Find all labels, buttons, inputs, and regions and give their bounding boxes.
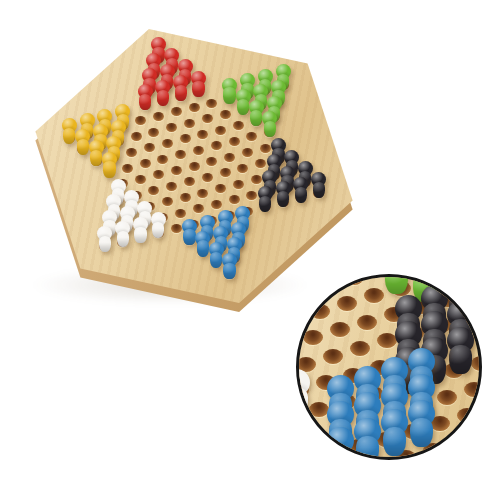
board-hole	[135, 175, 146, 184]
peg-blue-magnified	[381, 409, 408, 456]
board-hole	[184, 119, 195, 128]
peg-yellow	[102, 152, 117, 178]
peg-white	[133, 217, 148, 243]
board-hole	[229, 195, 240, 204]
board-hole-magnified	[450, 435, 470, 450]
peg-black-magnified	[447, 327, 474, 374]
peg-green-magnified	[383, 274, 410, 294]
board-hole	[220, 168, 231, 177]
board-hole	[193, 146, 204, 155]
board-hole	[153, 112, 164, 121]
board-hole	[140, 159, 151, 168]
board-hole-magnified	[296, 410, 302, 425]
peg-blue-magnified	[327, 427, 354, 460]
board-hole-magnified	[350, 341, 370, 356]
peg-white-magnified	[296, 369, 310, 416]
peg-black	[258, 186, 273, 212]
board-hole	[180, 193, 191, 202]
board-hole-magnified	[477, 427, 482, 442]
board-hole-magnified	[330, 322, 350, 337]
board-hole	[126, 148, 137, 157]
peg-red	[155, 80, 170, 106]
magnifier-inset	[296, 274, 482, 460]
board-hole	[229, 137, 240, 146]
board-hole-magnified	[337, 296, 357, 311]
peg-red	[138, 84, 153, 110]
peg-black	[276, 181, 291, 207]
board-hole-magnified	[437, 390, 457, 405]
board-hole	[162, 139, 173, 148]
board-hole	[206, 99, 217, 108]
board-hole	[197, 189, 208, 198]
board-hole-magnified	[478, 329, 482, 344]
board-hole-magnified	[357, 315, 377, 330]
peg-blue-magnified	[408, 400, 435, 447]
board-hole-magnified	[364, 288, 384, 303]
board-hole	[148, 128, 159, 137]
board-hole	[171, 166, 182, 175]
board-hole	[189, 103, 200, 112]
board-hole	[131, 132, 142, 141]
board-hole-magnified	[464, 382, 482, 397]
peg-green	[262, 111, 277, 137]
board-hole	[260, 144, 271, 153]
board-hole	[189, 162, 200, 171]
peg-blue	[222, 253, 237, 279]
board-hole-magnified	[322, 447, 342, 460]
board-hole-magnified	[465, 284, 482, 299]
board-hole	[215, 126, 226, 135]
board-hole	[157, 155, 168, 164]
board-hole-magnified	[296, 455, 315, 460]
chinese-checkers-board	[28, 20, 364, 320]
board-hole	[224, 153, 235, 162]
board-hole	[233, 180, 244, 189]
peg-red	[191, 71, 206, 97]
peg-white	[151, 212, 166, 238]
board-hole-magnified	[457, 408, 477, 423]
board-hole	[251, 175, 262, 184]
board-hole-magnified	[323, 349, 343, 364]
board-hole-magnified	[302, 428, 322, 443]
board-hole	[220, 110, 231, 119]
board-hole	[202, 173, 213, 182]
board-hole	[211, 200, 222, 209]
peg-black	[293, 177, 308, 203]
peg-blue-magnified	[354, 418, 381, 460]
board-hole	[122, 164, 133, 173]
board-hole-magnified	[445, 274, 465, 280]
peg-white	[115, 221, 130, 247]
board-hole-magnified	[303, 330, 323, 345]
peg-red	[173, 75, 188, 101]
board-hole	[166, 182, 177, 191]
peg-white	[97, 226, 112, 252]
board-hole-magnified	[369, 458, 389, 460]
board-hole	[175, 209, 186, 218]
product-photo	[0, 0, 500, 500]
peg-black	[311, 172, 326, 198]
